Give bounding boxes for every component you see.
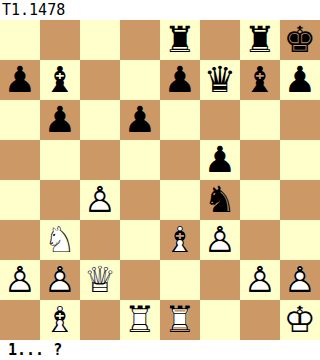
square-b2[interactable]: ♟♙ xyxy=(40,260,80,300)
piece-outline-layer: ♙ xyxy=(40,260,80,300)
square-c5[interactable] xyxy=(80,140,120,180)
piece-white-pawn: ♟♙ xyxy=(0,260,40,300)
footer-bar: 1... ? xyxy=(0,340,320,360)
square-c6[interactable] xyxy=(80,100,120,140)
piece-white-pawn: ♟♙ xyxy=(240,260,280,300)
square-f3[interactable]: ♟♙ xyxy=(200,220,240,260)
piece-black-knight: ♞ xyxy=(200,180,240,220)
square-d7[interactable] xyxy=(120,60,160,100)
square-b5[interactable] xyxy=(40,140,80,180)
piece-white-bishop: ♝♗ xyxy=(160,220,200,260)
square-g4[interactable] xyxy=(240,180,280,220)
square-a3[interactable] xyxy=(0,220,40,260)
piece-black-king: ♚ xyxy=(280,20,320,60)
piece-outline-layer: ♙ xyxy=(240,260,280,300)
piece-black-pawn: ♟ xyxy=(40,100,80,140)
square-a1[interactable] xyxy=(0,300,40,340)
square-h5[interactable] xyxy=(280,140,320,180)
square-c2[interactable]: ♛♕ xyxy=(80,260,120,300)
square-a6[interactable] xyxy=(0,100,40,140)
piece-black-pawn: ♟ xyxy=(120,100,160,140)
square-e6[interactable] xyxy=(160,100,200,140)
piece-white-rook: ♜♖ xyxy=(160,300,200,340)
square-b6[interactable]: ♟ xyxy=(40,100,80,140)
square-h8[interactable]: ♚ xyxy=(280,20,320,60)
piece-outline-layer: ♖ xyxy=(120,300,160,340)
square-d5[interactable] xyxy=(120,140,160,180)
piece-black-pawn: ♟ xyxy=(280,60,320,100)
square-c8[interactable] xyxy=(80,20,120,60)
square-a7[interactable]: ♟ xyxy=(0,60,40,100)
piece-outline-layer: ♕ xyxy=(80,260,120,300)
piece-black-rook: ♜ xyxy=(160,20,200,60)
square-f5[interactable]: ♟ xyxy=(200,140,240,180)
piece-black-pawn: ♟ xyxy=(160,60,200,100)
square-f4[interactable]: ♞ xyxy=(200,180,240,220)
square-h7[interactable]: ♟ xyxy=(280,60,320,100)
piece-white-pawn: ♟♙ xyxy=(40,260,80,300)
piece-outline-layer: ♔ xyxy=(280,300,320,340)
square-d2[interactable] xyxy=(120,260,160,300)
square-b7[interactable]: ♝ xyxy=(40,60,80,100)
square-b1[interactable]: ♝♗ xyxy=(40,300,80,340)
piece-white-rook: ♜♖ xyxy=(120,300,160,340)
square-d6[interactable]: ♟ xyxy=(120,100,160,140)
square-f7[interactable]: ♛ xyxy=(200,60,240,100)
piece-outline-layer: ♘ xyxy=(40,220,80,260)
square-g8[interactable]: ♜ xyxy=(240,20,280,60)
square-a2[interactable]: ♟♙ xyxy=(0,260,40,300)
square-a4[interactable] xyxy=(0,180,40,220)
square-g5[interactable] xyxy=(240,140,280,180)
square-b8[interactable] xyxy=(40,20,80,60)
square-h3[interactable] xyxy=(280,220,320,260)
square-e3[interactable]: ♝♗ xyxy=(160,220,200,260)
piece-outline-layer: ♙ xyxy=(80,180,120,220)
square-c1[interactable] xyxy=(80,300,120,340)
square-d8[interactable] xyxy=(120,20,160,60)
square-g2[interactable]: ♟♙ xyxy=(240,260,280,300)
square-a5[interactable] xyxy=(0,140,40,180)
square-g6[interactable] xyxy=(240,100,280,140)
piece-white-pawn: ♟♙ xyxy=(80,180,120,220)
piece-white-queen: ♛♕ xyxy=(80,260,120,300)
chess-board: ♜♜♚♟♝♟♛♝♟♟♟♟♟♙♞♞♘♝♗♟♙♟♙♟♙♛♕♟♙♟♙♝♗♜♖♜♖♚♔ xyxy=(0,20,320,340)
square-b3[interactable]: ♞♘ xyxy=(40,220,80,260)
piece-outline-layer: ♙ xyxy=(0,260,40,300)
piece-white-knight: ♞♘ xyxy=(40,220,80,260)
square-g7[interactable]: ♝ xyxy=(240,60,280,100)
piece-white-bishop: ♝♗ xyxy=(40,300,80,340)
piece-outline-layer: ♙ xyxy=(280,260,320,300)
square-f1[interactable] xyxy=(200,300,240,340)
square-e2[interactable] xyxy=(160,260,200,300)
square-d4[interactable] xyxy=(120,180,160,220)
square-h1[interactable]: ♚♔ xyxy=(280,300,320,340)
square-d3[interactable] xyxy=(120,220,160,260)
square-e5[interactable] xyxy=(160,140,200,180)
piece-outline-layer: ♙ xyxy=(200,220,240,260)
header-bar: T1.1478 xyxy=(0,0,320,20)
piece-outline-layer: ♗ xyxy=(160,220,200,260)
square-e7[interactable]: ♟ xyxy=(160,60,200,100)
square-f2[interactable] xyxy=(200,260,240,300)
square-b4[interactable] xyxy=(40,180,80,220)
square-h4[interactable] xyxy=(280,180,320,220)
piece-black-bishop: ♝ xyxy=(40,60,80,100)
piece-white-pawn: ♟♙ xyxy=(200,220,240,260)
square-d1[interactable]: ♜♖ xyxy=(120,300,160,340)
square-g3[interactable] xyxy=(240,220,280,260)
square-g1[interactable] xyxy=(240,300,280,340)
square-c4[interactable]: ♟♙ xyxy=(80,180,120,220)
piece-white-king: ♚♔ xyxy=(280,300,320,340)
square-f6[interactable] xyxy=(200,100,240,140)
puzzle-id: T1.1478 xyxy=(2,0,65,20)
square-a8[interactable] xyxy=(0,20,40,60)
square-h6[interactable] xyxy=(280,100,320,140)
piece-white-pawn: ♟♙ xyxy=(280,260,320,300)
square-e4[interactable] xyxy=(160,180,200,220)
square-c7[interactable] xyxy=(80,60,120,100)
piece-black-pawn: ♟ xyxy=(200,140,240,180)
square-f8[interactable] xyxy=(200,20,240,60)
piece-outline-layer: ♖ xyxy=(160,300,200,340)
piece-outline-layer: ♗ xyxy=(40,300,80,340)
chess-puzzle-window: T1.1478 ♜♜♚♟♝♟♛♝♟♟♟♟♟♙♞♞♘♝♗♟♙♟♙♟♙♛♕♟♙♟♙♝… xyxy=(0,0,320,360)
square-e8[interactable]: ♜ xyxy=(160,20,200,60)
move-prompt: 1... ? xyxy=(8,340,62,360)
piece-black-queen: ♛ xyxy=(200,60,240,100)
square-h2[interactable]: ♟♙ xyxy=(280,260,320,300)
piece-black-rook: ♜ xyxy=(240,20,280,60)
square-e1[interactable]: ♜♖ xyxy=(160,300,200,340)
piece-black-pawn: ♟ xyxy=(0,60,40,100)
square-c3[interactable] xyxy=(80,220,120,260)
piece-black-bishop: ♝ xyxy=(240,60,280,100)
